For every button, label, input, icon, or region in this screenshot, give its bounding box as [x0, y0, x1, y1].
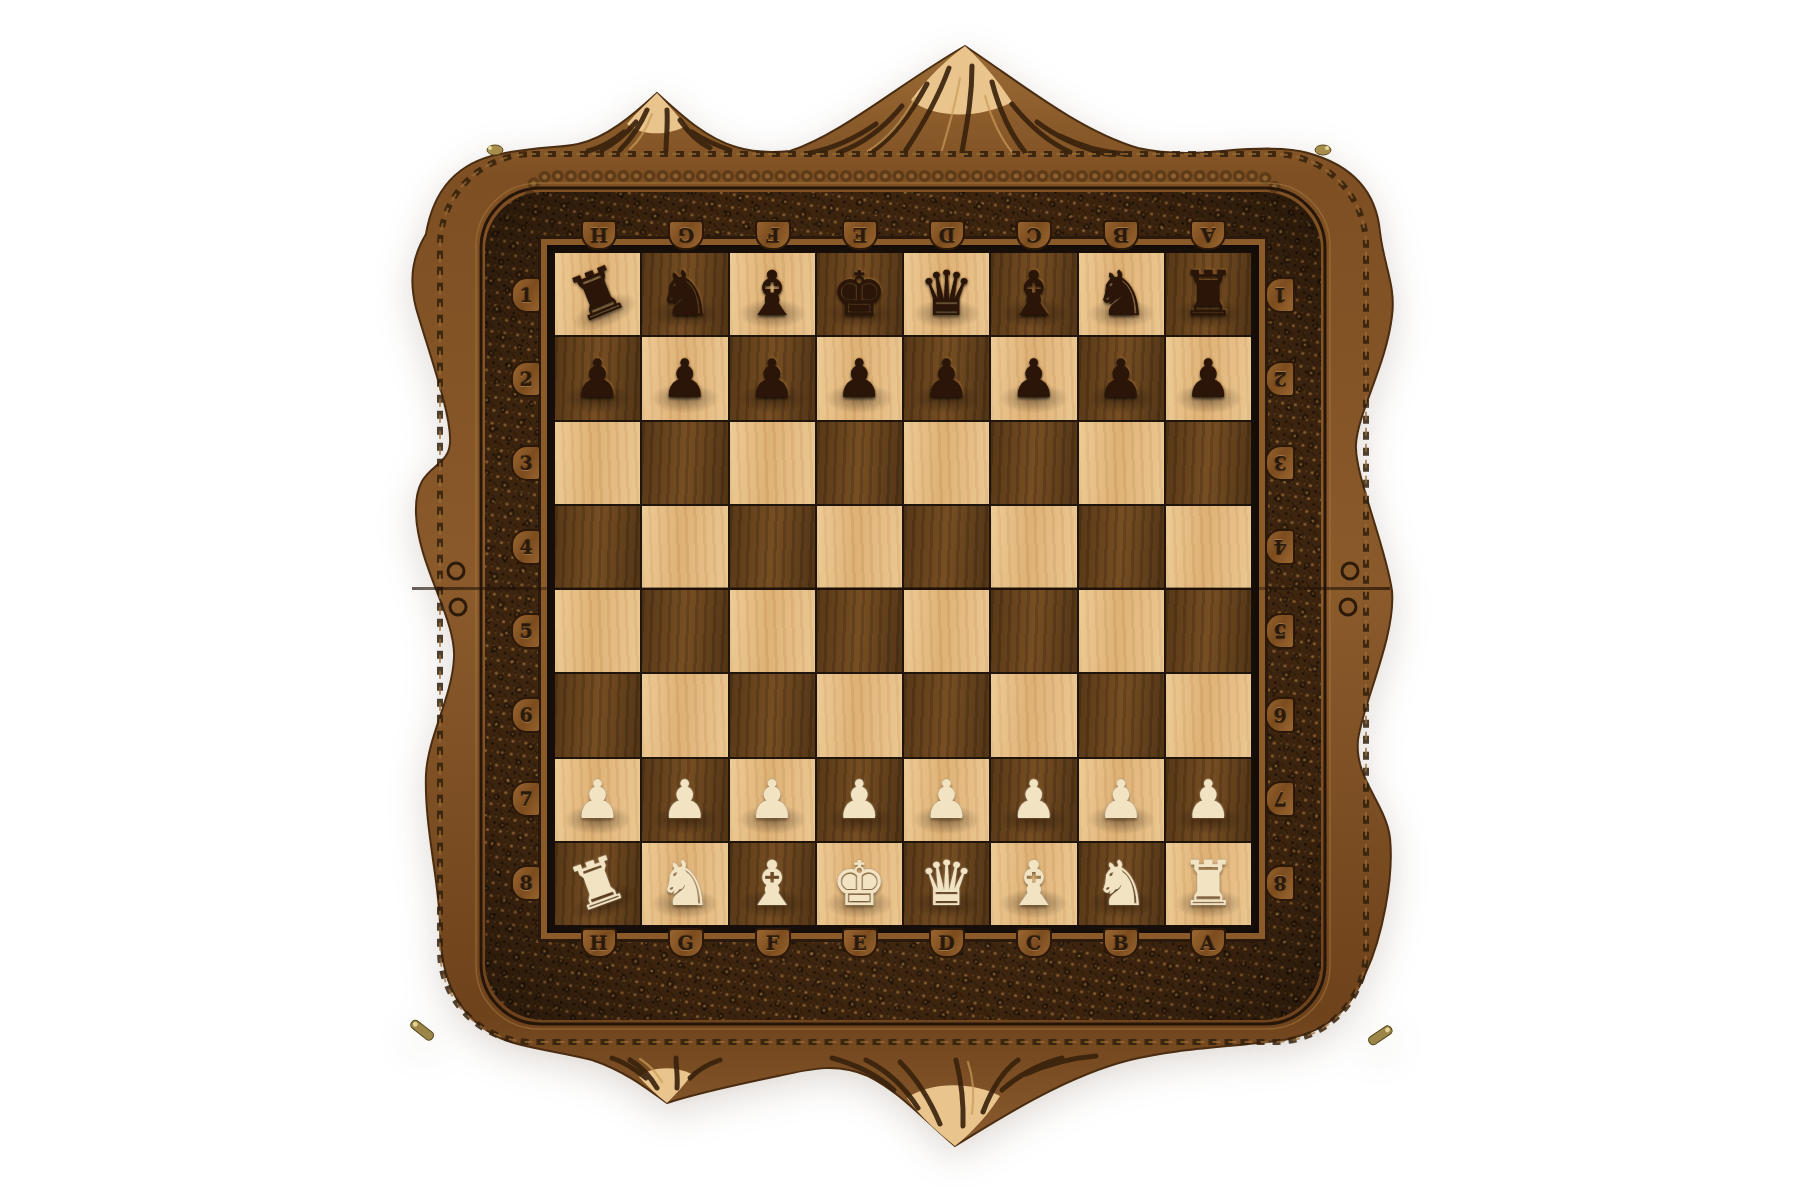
rank-label-left-1: 1 — [511, 277, 541, 313]
square-e6[interactable] — [817, 674, 902, 756]
square-c1[interactable]: ♝ — [991, 253, 1076, 335]
brass-pin-top-right — [1315, 145, 1331, 155]
rank-label-right-8: 8 — [1265, 865, 1295, 901]
piece-light-bishop[interactable]: ♝ — [991, 843, 1076, 925]
piece-light-knight[interactable]: ♞ — [642, 843, 727, 925]
piece-light-rook[interactable]: ♜ — [544, 831, 652, 937]
piece-light-pawn[interactable]: ♟ — [1166, 759, 1251, 841]
square-a7[interactable]: ♟ — [1166, 759, 1251, 841]
rank-label-left-5: 5 — [511, 613, 541, 649]
piece-light-pawn[interactable]: ♟ — [904, 759, 989, 841]
file-label-top-g: G — [668, 220, 704, 250]
rank-label-left-3: 3 — [511, 445, 541, 481]
square-f6[interactable] — [730, 674, 815, 756]
square-e2[interactable]: ♟ — [817, 337, 902, 419]
piece-dark-pawn[interactable]: ♟ — [1079, 337, 1164, 419]
square-b8[interactable]: ♞ — [1079, 843, 1164, 925]
piece-light-pawn[interactable]: ♟ — [730, 759, 815, 841]
square-h7[interactable]: ♟ — [555, 759, 640, 841]
rank-label-right-4: 4 — [1265, 529, 1295, 565]
piece-dark-rook[interactable]: ♜ — [1166, 253, 1251, 335]
square-h3[interactable] — [555, 422, 640, 504]
rank-label-left-6: 6 — [511, 697, 541, 733]
file-label-bottom-b: B — [1103, 928, 1139, 958]
file-label-bottom-d: D — [929, 928, 965, 958]
square-b3[interactable] — [1079, 422, 1164, 504]
piece-light-pawn[interactable]: ♟ — [1079, 759, 1164, 841]
file-label-top-f: F — [755, 220, 791, 250]
rank-label-right-5: 5 — [1265, 613, 1295, 649]
square-h8[interactable]: ♜ — [555, 843, 640, 925]
square-h6[interactable] — [555, 674, 640, 756]
piece-light-pawn[interactable]: ♟ — [555, 759, 640, 841]
file-label-bottom-e: E — [842, 928, 878, 958]
square-e3[interactable] — [817, 422, 902, 504]
rank-label-left-7: 7 — [511, 781, 541, 817]
square-c7[interactable]: ♟ — [991, 759, 1076, 841]
square-a1[interactable]: ♜ — [1166, 253, 1251, 335]
file-label-bottom-c: C — [1016, 928, 1052, 958]
square-e4[interactable] — [817, 506, 902, 588]
square-d5[interactable] — [904, 590, 989, 672]
file-label-top-h: H — [581, 220, 617, 250]
piece-light-rook[interactable]: ♜ — [1166, 843, 1251, 925]
rank-label-right-1: 1 — [1265, 277, 1295, 313]
square-c6[interactable] — [991, 674, 1076, 756]
square-a2[interactable]: ♟ — [1166, 337, 1251, 419]
square-f5[interactable] — [730, 590, 815, 672]
square-c2[interactable]: ♟ — [991, 337, 1076, 419]
square-d7[interactable]: ♟ — [904, 759, 989, 841]
square-a6[interactable] — [1166, 674, 1251, 756]
piece-light-knight[interactable]: ♞ — [1079, 843, 1164, 925]
square-g3[interactable] — [642, 422, 727, 504]
brass-pin-top-left — [487, 145, 503, 155]
square-b1[interactable]: ♞ — [1079, 253, 1164, 335]
square-f4[interactable] — [730, 506, 815, 588]
square-a8[interactable]: ♜ — [1166, 843, 1251, 925]
piece-light-pawn[interactable]: ♟ — [817, 759, 902, 841]
piece-light-bishop[interactable]: ♝ — [730, 843, 815, 925]
square-d4[interactable] — [904, 506, 989, 588]
piece-dark-rook[interactable]: ♜ — [543, 240, 653, 348]
piece-dark-king[interactable]: ♚ — [817, 253, 902, 335]
piece-dark-queen[interactable]: ♛ — [904, 253, 989, 335]
square-b6[interactable] — [1079, 674, 1164, 756]
piece-dark-pawn[interactable]: ♟ — [991, 337, 1076, 419]
piece-dark-pawn[interactable]: ♟ — [904, 337, 989, 419]
square-h4[interactable] — [555, 506, 640, 588]
square-g4[interactable] — [642, 506, 727, 588]
square-d6[interactable] — [904, 674, 989, 756]
file-label-top-d: D — [929, 220, 965, 250]
rank-label-right-7: 7 — [1265, 781, 1295, 817]
piece-light-pawn[interactable]: ♟ — [642, 759, 727, 841]
square-b7[interactable]: ♟ — [1079, 759, 1164, 841]
piece-dark-pawn[interactable]: ♟ — [817, 337, 902, 419]
square-b2[interactable]: ♟ — [1079, 337, 1164, 419]
piece-light-king[interactable]: ♚ — [817, 843, 902, 925]
square-d2[interactable]: ♟ — [904, 337, 989, 419]
piece-dark-pawn[interactable]: ♟ — [1166, 337, 1251, 419]
square-d1[interactable]: ♛ — [904, 253, 989, 335]
square-c5[interactable] — [991, 590, 1076, 672]
square-h5[interactable] — [555, 590, 640, 672]
photo-stage: ♜♞♝♚♛♝♞♜♟♟♟♟♟♟♟♟♟♟♟♟♟♟♟♟♜♞♝♚♛♝♞♜ HGFEDCB… — [400, 26, 1400, 1182]
square-e5[interactable] — [817, 590, 902, 672]
rank-label-right-6: 6 — [1265, 697, 1295, 733]
file-label-bottom-f: F — [755, 928, 791, 958]
square-b4[interactable] — [1079, 506, 1164, 588]
brass-clasp-bottom-left — [409, 1019, 435, 1042]
rank-label-left-4: 4 — [511, 529, 541, 565]
brass-clasp-bottom-right — [1367, 1024, 1394, 1046]
piece-dark-bishop[interactable]: ♝ — [991, 253, 1076, 335]
square-f7[interactable]: ♟ — [730, 759, 815, 841]
square-g2[interactable]: ♟ — [642, 337, 727, 419]
file-label-top-b: B — [1103, 220, 1139, 250]
square-h1[interactable]: ♜ — [555, 253, 640, 335]
file-label-top-c: C — [1016, 220, 1052, 250]
square-c3[interactable] — [991, 422, 1076, 504]
square-f2[interactable]: ♟ — [730, 337, 815, 419]
square-e7[interactable]: ♟ — [817, 759, 902, 841]
file-label-bottom-h: H — [581, 928, 617, 958]
square-a3[interactable] — [1166, 422, 1251, 504]
square-d3[interactable] — [904, 422, 989, 504]
piece-dark-pawn[interactable]: ♟ — [642, 337, 727, 419]
rank-label-left-8: 8 — [511, 865, 541, 901]
rank-label-left-2: 2 — [511, 361, 541, 397]
file-label-bottom-g: G — [668, 928, 704, 958]
rank-label-right-2: 2 — [1265, 361, 1295, 397]
square-e1[interactable]: ♚ — [817, 253, 902, 335]
folding-seam — [412, 587, 1390, 590]
square-e8[interactable]: ♚ — [817, 843, 902, 925]
square-g7[interactable]: ♟ — [642, 759, 727, 841]
square-g8[interactable]: ♞ — [642, 843, 727, 925]
piece-dark-pawn[interactable]: ♟ — [730, 337, 815, 419]
piece-dark-bishop[interactable]: ♝ — [730, 253, 815, 335]
square-c4[interactable] — [991, 506, 1076, 588]
rank-label-right-3: 3 — [1265, 445, 1295, 481]
square-d8[interactable]: ♛ — [904, 843, 989, 925]
piece-light-queen[interactable]: ♛ — [904, 843, 989, 925]
square-c8[interactable]: ♝ — [991, 843, 1076, 925]
piece-dark-knight[interactable]: ♞ — [1079, 253, 1164, 335]
piece-light-pawn[interactable]: ♟ — [991, 759, 1076, 841]
file-label-bottom-a: A — [1190, 928, 1226, 958]
piece-dark-knight[interactable]: ♞ — [642, 253, 727, 335]
square-g1[interactable]: ♞ — [642, 253, 727, 335]
square-a4[interactable] — [1166, 506, 1251, 588]
square-a5[interactable] — [1166, 590, 1251, 672]
square-f8[interactable]: ♝ — [730, 843, 815, 925]
square-b5[interactable] — [1079, 590, 1164, 672]
square-g5[interactable] — [642, 590, 727, 672]
square-f3[interactable] — [730, 422, 815, 504]
square-f1[interactable]: ♝ — [730, 253, 815, 335]
square-g6[interactable] — [642, 674, 727, 756]
file-label-top-a: A — [1190, 220, 1226, 250]
piece-dark-pawn[interactable]: ♟ — [555, 337, 640, 419]
square-h2[interactable]: ♟ — [555, 337, 640, 419]
file-label-top-e: E — [842, 220, 878, 250]
